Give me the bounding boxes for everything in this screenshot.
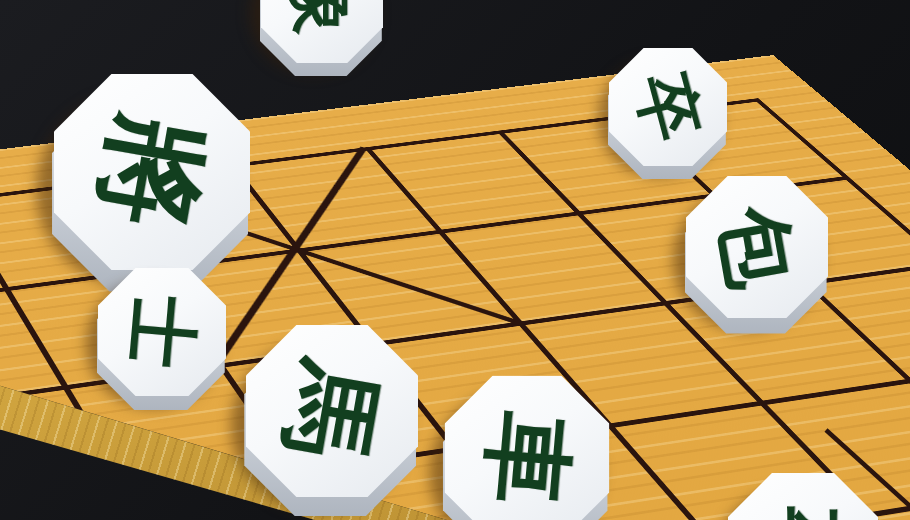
xiangqi-photo-scene: 將卒包士馬車象卒 <box>0 0 910 520</box>
xiangqi-piece-elephant[interactable]: 象 <box>261 0 383 63</box>
piece-character: 馬 <box>276 355 387 466</box>
piece-character: 包 <box>711 201 804 294</box>
piece-character: 將 <box>88 108 215 235</box>
piece-top-face: 馬 <box>246 325 418 497</box>
piece-top-face: 包 <box>686 176 828 318</box>
board-cell[interactable] <box>0 495 201 520</box>
piece-top-face: 卒 <box>728 473 878 520</box>
piece-character: 卒 <box>628 67 709 148</box>
xiangqi-piece-soldier[interactable]: 卒 <box>609 48 727 166</box>
xiangqi-piece-horse[interactable]: 馬 <box>246 325 418 497</box>
piece-character: 士 <box>123 293 201 371</box>
piece-top-face: 將 <box>54 74 250 270</box>
piece-top-face: 士 <box>98 268 226 396</box>
xiangqi-piece-advisor[interactable]: 士 <box>98 268 226 396</box>
piece-character: 車 <box>477 408 577 508</box>
xiangqi-piece-general[interactable]: 將 <box>54 74 250 270</box>
piece-top-face: 車 <box>445 376 610 520</box>
piece-top-face: 卒 <box>609 48 727 166</box>
xiangqi-piece-cannon[interactable]: 包 <box>686 176 828 318</box>
xiangqi-piece-chariot[interactable]: 車 <box>445 376 610 520</box>
piece-character: 卒 <box>761 506 845 520</box>
xiangqi-piece-soldier[interactable]: 卒 <box>728 473 878 520</box>
piece-character: 象 <box>288 0 356 36</box>
